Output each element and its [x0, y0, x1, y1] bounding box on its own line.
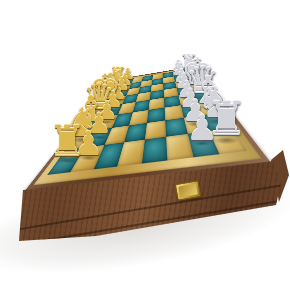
piece-black-pawn-a7[interactable]: ♟ — [202, 143, 234, 178]
product-photo: ♜♟♞♟♟♝♜♟♟♚♞♟♟♝♛♟♟♚♝♟♟♛♞♟♟♝♟♞♜♟♟♜ — [0, 0, 290, 290]
square-a5[interactable] — [142, 137, 167, 164]
rook-glyph: ♜ — [48, 120, 87, 163]
piece-white-rook-a1[interactable]: ♜ — [67, 160, 106, 203]
pawn-glyph: ♟ — [186, 110, 218, 145]
clasp-plate — [178, 184, 198, 198]
